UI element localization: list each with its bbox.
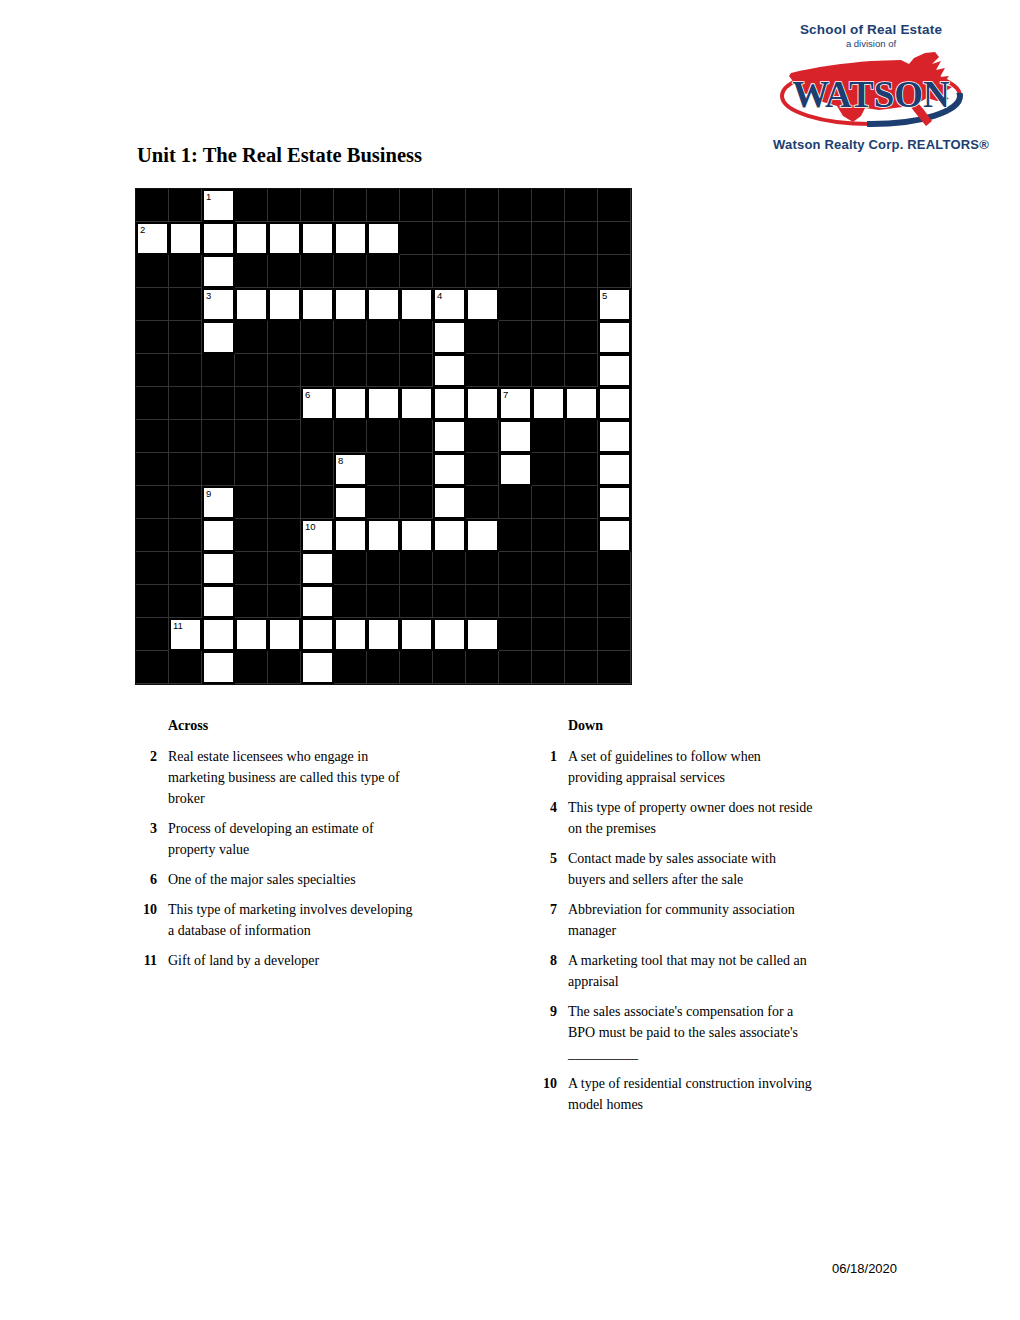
black-cell: [169, 255, 202, 288]
white-cell[interactable]: [367, 387, 400, 420]
white-cell[interactable]: [334, 222, 367, 255]
black-cell: [136, 585, 169, 618]
black-cell: [532, 189, 565, 222]
black-cell: [532, 585, 565, 618]
clue-number-label: 11: [173, 620, 183, 631]
black-cell: [367, 651, 400, 684]
black-cell: [235, 189, 268, 222]
white-cell[interactable]: [235, 618, 268, 651]
white-cell[interactable]: [202, 552, 235, 585]
clue-item-text: Gift of land by a developer: [168, 950, 493, 971]
white-cell[interactable]: [202, 585, 235, 618]
black-cell: [268, 519, 301, 552]
white-cell[interactable]: [334, 519, 367, 552]
black-cell: [235, 387, 268, 420]
black-cell: [367, 585, 400, 618]
black-cell: [466, 321, 499, 354]
black-cell: [235, 486, 268, 519]
clue-item: 4This type of property owner does not re…: [535, 797, 900, 839]
logo-school-text: School of Real Estate: [773, 22, 969, 37]
white-cell[interactable]: [202, 321, 235, 354]
white-cell[interactable]: 11: [169, 618, 202, 651]
clue-item-number: 7: [535, 899, 557, 941]
black-cell: [499, 321, 532, 354]
black-cell: [565, 618, 598, 651]
white-cell[interactable]: 3: [202, 288, 235, 321]
black-cell: [367, 453, 400, 486]
black-cell: [268, 486, 301, 519]
white-cell[interactable]: [400, 288, 433, 321]
black-cell: [433, 222, 466, 255]
white-cell[interactable]: [301, 288, 334, 321]
black-cell: [400, 354, 433, 387]
clue-item-text: This type of property owner does not res…: [568, 797, 893, 839]
black-cell: [565, 255, 598, 288]
black-cell: [565, 189, 598, 222]
black-cell: [268, 420, 301, 453]
white-cell[interactable]: [598, 519, 631, 552]
black-cell: [400, 222, 433, 255]
black-cell: [499, 585, 532, 618]
clue-item: 10A type of residential construction inv…: [535, 1073, 900, 1115]
black-cell: [235, 519, 268, 552]
clue-number-label: 6: [305, 389, 310, 400]
clue-number-label: 10: [305, 521, 316, 532]
black-cell: [268, 387, 301, 420]
black-cell: [466, 585, 499, 618]
white-cell[interactable]: [499, 420, 532, 453]
clue-item-text: One of the major sales specialties: [168, 869, 493, 890]
white-cell[interactable]: [433, 321, 466, 354]
black-cell: [598, 552, 631, 585]
across-heading: Across: [168, 715, 500, 736]
black-cell: [268, 321, 301, 354]
black-cell: [202, 453, 235, 486]
clue-item-text: Process of developing an estimate of pro…: [168, 818, 493, 860]
black-cell: [169, 486, 202, 519]
black-cell: [565, 651, 598, 684]
page-title: Unit 1: The Real Estate Business: [137, 144, 422, 167]
usa-map-logo-icon: WATSON: [775, 51, 967, 135]
clue-item: 5Contact made by sales associate with bu…: [535, 848, 900, 890]
watson-logo: School of Real Estate a division of WATS…: [773, 16, 969, 152]
black-cell: [301, 321, 334, 354]
clue-number-label: 2: [140, 224, 145, 235]
black-cell: [268, 453, 301, 486]
clue-number-label: 4: [437, 290, 442, 301]
clue-item-text: Real estate licensees who engage in mark…: [168, 746, 493, 809]
clue-number-label: 8: [338, 455, 343, 466]
black-cell: [169, 585, 202, 618]
white-cell[interactable]: [367, 288, 400, 321]
white-cell[interactable]: [235, 288, 268, 321]
clue-number-label: 7: [503, 389, 508, 400]
logo-division-text: a division of: [773, 38, 969, 49]
down-heading: Down: [568, 715, 900, 736]
black-cell: [466, 189, 499, 222]
black-cell: [136, 387, 169, 420]
white-cell[interactable]: [433, 420, 466, 453]
clue-item-number: 10: [135, 899, 157, 941]
black-cell: [334, 420, 367, 453]
white-cell[interactable]: 6: [301, 387, 334, 420]
clue-item: 10This type of marketing involves develo…: [135, 899, 500, 941]
black-cell: [565, 552, 598, 585]
black-cell: [301, 354, 334, 387]
white-cell[interactable]: [334, 486, 367, 519]
black-cell: [565, 420, 598, 453]
black-cell: [301, 486, 334, 519]
clue-item-text: A marketing tool that may not be called …: [568, 950, 893, 992]
down-clues-section: Down 1A set of guidelines to follow when…: [535, 715, 900, 1124]
black-cell: [499, 618, 532, 651]
black-cell: [433, 585, 466, 618]
black-cell: [400, 453, 433, 486]
black-cell: [400, 486, 433, 519]
black-cell: [565, 321, 598, 354]
black-cell: [565, 222, 598, 255]
white-cell[interactable]: [301, 552, 334, 585]
black-cell: [400, 420, 433, 453]
black-cell: [400, 585, 433, 618]
black-cell: [136, 618, 169, 651]
black-cell: [334, 189, 367, 222]
black-cell: [466, 453, 499, 486]
black-cell: [565, 288, 598, 321]
clue-item-number: 2: [135, 746, 157, 809]
worksheet-page: School of Real Estate a division of WATS…: [0, 0, 1020, 1320]
clue-item: 1A set of guidelines to follow when prov…: [535, 746, 900, 788]
black-cell: [136, 486, 169, 519]
black-cell: [532, 552, 565, 585]
black-cell: [367, 354, 400, 387]
black-cell: [301, 420, 334, 453]
black-cell: [367, 420, 400, 453]
clue-item-number: 6: [135, 869, 157, 890]
clue-item-number: 8: [535, 950, 557, 992]
black-cell: [268, 255, 301, 288]
white-cell[interactable]: 2: [136, 222, 169, 255]
black-cell: [169, 420, 202, 453]
white-cell[interactable]: [433, 453, 466, 486]
clue-item: 8A marketing tool that may not be called…: [535, 950, 900, 992]
black-cell: [400, 255, 433, 288]
white-cell[interactable]: [202, 618, 235, 651]
black-cell: [466, 420, 499, 453]
white-cell[interactable]: [598, 354, 631, 387]
black-cell: [202, 387, 235, 420]
black-cell: [532, 618, 565, 651]
black-cell: [598, 222, 631, 255]
footer-date: 06/18/2020: [832, 1261, 897, 1276]
white-cell[interactable]: [334, 387, 367, 420]
white-cell[interactable]: [433, 387, 466, 420]
clue-item: 6One of the major sales specialties: [135, 869, 500, 890]
white-cell[interactable]: [367, 618, 400, 651]
black-cell: [367, 321, 400, 354]
crossword-grid: 1234567891011: [135, 188, 632, 685]
black-cell: [334, 354, 367, 387]
black-cell: [499, 288, 532, 321]
black-cell: [136, 321, 169, 354]
clue-item-number: 9: [535, 1001, 557, 1064]
black-cell: [532, 222, 565, 255]
black-cell: [334, 321, 367, 354]
white-cell[interactable]: [334, 618, 367, 651]
black-cell: [268, 354, 301, 387]
black-cell: [169, 354, 202, 387]
white-cell[interactable]: [268, 222, 301, 255]
black-cell: [169, 552, 202, 585]
clue-item: 9The sales associate's compensation for …: [535, 1001, 900, 1064]
black-cell: [367, 486, 400, 519]
clue-item-text: A type of residential construction invol…: [568, 1073, 893, 1115]
white-cell[interactable]: [499, 453, 532, 486]
white-cell[interactable]: [301, 222, 334, 255]
black-cell: [235, 453, 268, 486]
black-cell: [334, 585, 367, 618]
clue-number-label: 3: [206, 290, 211, 301]
black-cell: [532, 288, 565, 321]
white-cell[interactable]: [301, 618, 334, 651]
white-cell[interactable]: [400, 618, 433, 651]
white-cell[interactable]: [169, 222, 202, 255]
black-cell: [334, 255, 367, 288]
black-cell: [400, 189, 433, 222]
white-cell[interactable]: 5: [598, 288, 631, 321]
black-cell: [367, 552, 400, 585]
black-cell: [235, 420, 268, 453]
clue-item-text: The sales associate's compensation for a…: [568, 1001, 893, 1064]
clue-item-text: This type of marketing involves developi…: [168, 899, 493, 941]
black-cell: [169, 321, 202, 354]
black-cell: [169, 189, 202, 222]
black-cell: [433, 552, 466, 585]
black-cell: [499, 552, 532, 585]
black-cell: [499, 189, 532, 222]
white-cell[interactable]: [334, 288, 367, 321]
clue-number-label: 1: [206, 191, 211, 202]
white-cell[interactable]: 8: [334, 453, 367, 486]
logo-realty-text: Watson Realty Corp. REALTORS®: [773, 137, 969, 152]
black-cell: [466, 486, 499, 519]
white-cell[interactable]: [433, 486, 466, 519]
white-cell[interactable]: [565, 387, 598, 420]
white-cell[interactable]: [433, 519, 466, 552]
black-cell: [565, 519, 598, 552]
down-list: 1A set of guidelines to follow when prov…: [535, 746, 900, 1115]
black-cell: [499, 486, 532, 519]
black-cell: [433, 255, 466, 288]
black-cell: [136, 420, 169, 453]
black-cell: [136, 552, 169, 585]
clue-item-number: 11: [135, 950, 157, 971]
black-cell: [598, 618, 631, 651]
across-list: 2Real estate licensees who engage in mar…: [135, 746, 500, 971]
white-cell[interactable]: 4: [433, 288, 466, 321]
white-cell[interactable]: [400, 519, 433, 552]
black-cell: [169, 288, 202, 321]
black-cell: [136, 453, 169, 486]
clue-number-label: 5: [602, 290, 607, 301]
clue-item-number: 1: [535, 746, 557, 788]
black-cell: [466, 354, 499, 387]
black-cell: [499, 222, 532, 255]
black-cell: [499, 519, 532, 552]
black-cell: [202, 420, 235, 453]
white-cell[interactable]: [202, 651, 235, 684]
logo-watson-word: WATSON: [792, 74, 950, 115]
black-cell: [532, 420, 565, 453]
black-cell: [169, 519, 202, 552]
black-cell: [598, 255, 631, 288]
black-cell: [565, 354, 598, 387]
white-cell[interactable]: 1: [202, 189, 235, 222]
black-cell: [598, 189, 631, 222]
black-cell: [532, 255, 565, 288]
black-cell: [268, 189, 301, 222]
white-cell[interactable]: [598, 387, 631, 420]
clue-item: 3Process of developing an estimate of pr…: [135, 818, 500, 860]
black-cell: [235, 552, 268, 585]
black-cell: [466, 255, 499, 288]
black-cell: [301, 453, 334, 486]
black-cell: [565, 453, 598, 486]
across-clues-section: Across 2Real estate licensees who engage…: [135, 715, 500, 980]
black-cell: [136, 189, 169, 222]
white-cell[interactable]: [466, 618, 499, 651]
black-cell: [268, 585, 301, 618]
black-cell: [136, 651, 169, 684]
black-cell: [136, 255, 169, 288]
white-cell[interactable]: 7: [499, 387, 532, 420]
black-cell: [268, 651, 301, 684]
white-cell[interactable]: 10: [301, 519, 334, 552]
white-cell[interactable]: [466, 387, 499, 420]
clue-item: 7Abbreviation for community association …: [535, 899, 900, 941]
black-cell: [136, 519, 169, 552]
black-cell: [169, 387, 202, 420]
white-cell[interactable]: [598, 321, 631, 354]
black-cell: [268, 552, 301, 585]
black-cell: [433, 189, 466, 222]
black-cell: [136, 288, 169, 321]
white-cell[interactable]: [466, 288, 499, 321]
black-cell: [532, 321, 565, 354]
black-cell: [565, 585, 598, 618]
black-cell: [499, 255, 532, 288]
white-cell[interactable]: [268, 618, 301, 651]
white-cell[interactable]: [268, 288, 301, 321]
white-cell[interactable]: [301, 585, 334, 618]
clue-item: 11Gift of land by a developer: [135, 950, 500, 971]
black-cell: [301, 189, 334, 222]
white-cell[interactable]: [598, 486, 631, 519]
black-cell: [235, 321, 268, 354]
black-cell: [598, 651, 631, 684]
white-cell[interactable]: [202, 222, 235, 255]
black-cell: [400, 651, 433, 684]
clue-item-number: 3: [135, 818, 157, 860]
black-cell: [367, 189, 400, 222]
black-cell: [334, 552, 367, 585]
clue-item-text: A set of guidelines to follow when provi…: [568, 746, 893, 788]
black-cell: [466, 222, 499, 255]
white-cell[interactable]: [367, 222, 400, 255]
black-cell: [169, 651, 202, 684]
clue-number-label: 9: [206, 488, 211, 499]
black-cell: [499, 354, 532, 387]
clue-item-number: 4: [535, 797, 557, 839]
black-cell: [202, 354, 235, 387]
black-cell: [400, 552, 433, 585]
black-cell: [565, 486, 598, 519]
black-cell: [598, 585, 631, 618]
white-cell[interactable]: [202, 255, 235, 288]
clue-item: 2Real estate licensees who engage in mar…: [135, 746, 500, 809]
white-cell[interactable]: [532, 387, 565, 420]
black-cell: [235, 651, 268, 684]
black-cell: [235, 585, 268, 618]
clue-item-number: 10: [535, 1073, 557, 1115]
black-cell: [235, 354, 268, 387]
black-cell: [367, 255, 400, 288]
white-cell[interactable]: 9: [202, 486, 235, 519]
clue-item-text: Contact made by sales associate with buy…: [568, 848, 893, 890]
black-cell: [334, 651, 367, 684]
black-cell: [136, 354, 169, 387]
black-cell: [532, 354, 565, 387]
black-cell: [532, 519, 565, 552]
white-cell[interactable]: [202, 519, 235, 552]
white-cell[interactable]: [367, 519, 400, 552]
white-cell[interactable]: [400, 387, 433, 420]
black-cell: [466, 552, 499, 585]
black-cell: [301, 255, 334, 288]
white-cell[interactable]: [598, 420, 631, 453]
black-cell: [499, 651, 532, 684]
white-cell[interactable]: [433, 618, 466, 651]
clue-item-text: Abbreviation for community association m…: [568, 899, 893, 941]
black-cell: [235, 255, 268, 288]
black-cell: [400, 321, 433, 354]
black-cell: [532, 486, 565, 519]
white-cell[interactable]: [433, 354, 466, 387]
white-cell[interactable]: [301, 651, 334, 684]
white-cell[interactable]: [235, 222, 268, 255]
black-cell: [532, 651, 565, 684]
black-cell: [433, 651, 466, 684]
white-cell[interactable]: [598, 453, 631, 486]
clue-item-number: 5: [535, 848, 557, 890]
black-cell: [532, 453, 565, 486]
white-cell[interactable]: [466, 519, 499, 552]
black-cell: [466, 651, 499, 684]
black-cell: [169, 453, 202, 486]
